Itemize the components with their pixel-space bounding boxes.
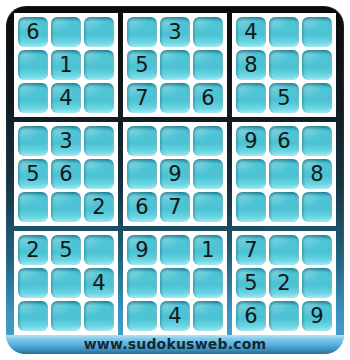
cell-r2c2[interactable]: 1: [51, 50, 81, 80]
cell-r9c9[interactable]: 9: [302, 301, 332, 331]
cell-r2c6[interactable]: [193, 50, 223, 80]
cell-r6c9[interactable]: [302, 192, 332, 222]
cell-r3c5[interactable]: [160, 83, 190, 113]
screenshot-canvas: 6143576485356296796825491475269 www.sudo…: [0, 0, 350, 360]
cell-r5c4[interactable]: [127, 159, 157, 189]
cell-r5c5[interactable]: 9: [160, 159, 190, 189]
cell-r1c3[interactable]: [84, 17, 114, 47]
box-r3c1: 254: [14, 231, 118, 335]
cell-r5c3[interactable]: [84, 159, 114, 189]
cell-r9c5[interactable]: 4: [160, 301, 190, 331]
cell-r9c3[interactable]: [84, 301, 114, 331]
cell-r3c2[interactable]: 4: [51, 83, 81, 113]
cell-r3c3[interactable]: [84, 83, 114, 113]
cell-r2c8[interactable]: [269, 50, 299, 80]
cell-r6c7[interactable]: [236, 192, 266, 222]
cell-r2c3[interactable]: [84, 50, 114, 80]
cell-r6c1[interactable]: [18, 192, 48, 222]
cell-r3c7[interactable]: [236, 83, 266, 113]
cell-r6c2[interactable]: [51, 192, 81, 222]
cell-r3c8[interactable]: 5: [269, 83, 299, 113]
cell-r4c1[interactable]: [18, 126, 48, 156]
cell-r7c1[interactable]: 2: [18, 235, 48, 265]
cell-r8c6[interactable]: [193, 268, 223, 298]
cell-r1c4[interactable]: [127, 17, 157, 47]
cell-r1c6[interactable]: [193, 17, 223, 47]
cell-r9c2[interactable]: [51, 301, 81, 331]
cell-r5c9[interactable]: 8: [302, 159, 332, 189]
cell-r5c8[interactable]: [269, 159, 299, 189]
sudoku-grid: 6143576485356296796825491475269: [14, 13, 336, 335]
cell-r1c7[interactable]: 4: [236, 17, 266, 47]
cell-r9c7[interactable]: 6: [236, 301, 266, 331]
cell-r6c5[interactable]: 7: [160, 192, 190, 222]
cell-r9c4[interactable]: [127, 301, 157, 331]
cell-r5c6[interactable]: [193, 159, 223, 189]
cell-r4c8[interactable]: 6: [269, 126, 299, 156]
cell-r1c2[interactable]: [51, 17, 81, 47]
cell-r5c2[interactable]: 6: [51, 159, 81, 189]
cell-r7c5[interactable]: [160, 235, 190, 265]
footer-band: www.sudokusweb.com: [6, 335, 344, 354]
cell-r3c6[interactable]: 6: [193, 83, 223, 113]
cell-r6c8[interactable]: [269, 192, 299, 222]
cell-r8c8[interactable]: 2: [269, 268, 299, 298]
cell-r4c3[interactable]: [84, 126, 114, 156]
cell-r4c7[interactable]: 9: [236, 126, 266, 156]
cell-r8c4[interactable]: [127, 268, 157, 298]
cell-r3c9[interactable]: [302, 83, 332, 113]
cell-r7c7[interactable]: 7: [236, 235, 266, 265]
box-r2c3: 968: [232, 122, 336, 226]
box-r3c2: 914: [123, 231, 227, 335]
cell-r9c6[interactable]: [193, 301, 223, 331]
cell-r1c8[interactable]: [269, 17, 299, 47]
cell-r8c7[interactable]: 5: [236, 268, 266, 298]
cell-r4c4[interactable]: [127, 126, 157, 156]
cell-r3c1[interactable]: [18, 83, 48, 113]
cell-r7c3[interactable]: [84, 235, 114, 265]
box-r3c3: 75269: [232, 231, 336, 335]
cell-r5c7[interactable]: [236, 159, 266, 189]
cell-r8c3[interactable]: 4: [84, 268, 114, 298]
cell-r7c8[interactable]: [269, 235, 299, 265]
cell-r4c9[interactable]: [302, 126, 332, 156]
cell-r7c6[interactable]: 1: [193, 235, 223, 265]
cell-r8c9[interactable]: [302, 268, 332, 298]
cell-r5c1[interactable]: 5: [18, 159, 48, 189]
cell-r2c7[interactable]: 8: [236, 50, 266, 80]
box-r2c1: 3562: [14, 122, 118, 226]
cell-r6c4[interactable]: 6: [127, 192, 157, 222]
cell-r7c2[interactable]: 5: [51, 235, 81, 265]
cell-r3c4[interactable]: 7: [127, 83, 157, 113]
cell-r9c8[interactable]: [269, 301, 299, 331]
box-r2c2: 967: [123, 122, 227, 226]
cell-r2c9[interactable]: [302, 50, 332, 80]
cell-r7c4[interactable]: 9: [127, 235, 157, 265]
box-r1c1: 614: [14, 13, 118, 117]
sudoku-board-plaque: 6143576485356296796825491475269 www.sudo…: [6, 6, 344, 354]
cell-r6c6[interactable]: [193, 192, 223, 222]
cell-r4c2[interactable]: 3: [51, 126, 81, 156]
cell-r8c2[interactable]: [51, 268, 81, 298]
cell-r7c9[interactable]: [302, 235, 332, 265]
cell-r8c5[interactable]: [160, 268, 190, 298]
cell-r2c1[interactable]: [18, 50, 48, 80]
site-url[interactable]: www.sudokusweb.com: [84, 336, 267, 352]
cell-r4c6[interactable]: [193, 126, 223, 156]
cell-r1c9[interactable]: [302, 17, 332, 47]
cell-r8c1[interactable]: [18, 268, 48, 298]
box-r1c2: 3576: [123, 13, 227, 117]
cell-r9c1[interactable]: [18, 301, 48, 331]
box-r1c3: 485: [232, 13, 336, 117]
cell-r2c5[interactable]: [160, 50, 190, 80]
cell-r1c5[interactable]: 3: [160, 17, 190, 47]
cell-r1c1[interactable]: 6: [18, 17, 48, 47]
cell-r6c3[interactable]: 2: [84, 192, 114, 222]
cell-r4c5[interactable]: [160, 126, 190, 156]
cell-r2c4[interactable]: 5: [127, 50, 157, 80]
